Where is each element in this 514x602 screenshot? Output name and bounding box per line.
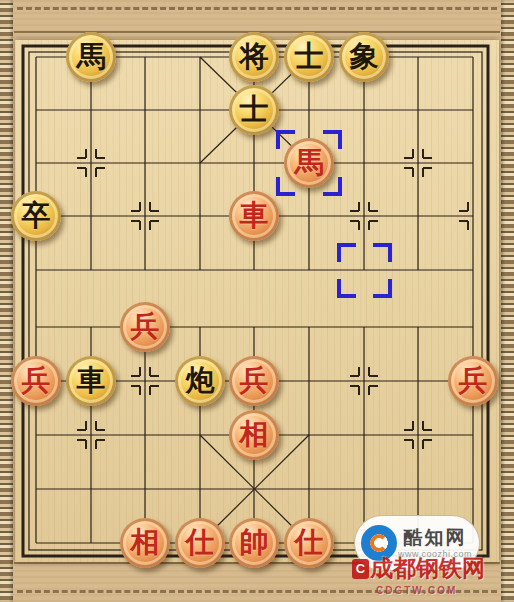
piece-glyph: 兵 [240, 366, 269, 395]
piece-black-chariot[interactable]: 車 [66, 356, 116, 406]
piece-red-chariot[interactable]: 車 [229, 191, 279, 241]
piece-glyph: 仕 [295, 528, 324, 557]
piece-black-cannon[interactable]: 炮 [175, 356, 225, 406]
piece-black-elephant[interactable]: 象 [339, 32, 389, 82]
piece-black-soldier[interactable]: 卒 [11, 191, 61, 241]
piece-glyph: 馬 [77, 42, 106, 71]
piece-glyph: 卒 [22, 201, 51, 230]
piece-black-advisor-1[interactable]: 士 [284, 32, 334, 82]
piece-glyph: 相 [131, 528, 160, 557]
piece-glyph: 車 [240, 201, 269, 230]
piece-red-elephant-2[interactable]: 相 [120, 518, 170, 568]
piece-glyph: 兵 [459, 366, 488, 395]
piece-red-general[interactable]: 帥 [229, 518, 279, 568]
piece-red-advisor-1[interactable]: 仕 [175, 518, 225, 568]
piece-glyph: 士 [240, 95, 269, 124]
steel-logo-icon: C [352, 559, 369, 579]
piece-red-soldier-4[interactable]: 兵 [448, 356, 498, 406]
piece-glyph: 馬 [295, 148, 324, 177]
steel-watermark-url: CDGTW.COM [376, 585, 492, 596]
piece-black-general[interactable]: 将 [229, 32, 279, 82]
piece-glyph: 仕 [186, 528, 215, 557]
coozhi-watermark-title: 酷知网 [397, 527, 473, 550]
piece-red-soldier-2[interactable]: 兵 [11, 356, 61, 406]
piece-red-elephant-1[interactable]: 相 [229, 410, 279, 460]
xiangqi-app-window: 馬将士象士卒車炮馬車兵兵兵兵相相仕帥仕 酷知网 www.coozhi.com C… [0, 0, 514, 602]
piece-red-horse[interactable]: 馬 [284, 138, 334, 188]
steel-watermark-title: 成都钢铁网 [370, 553, 485, 584]
piece-glyph: 象 [350, 42, 379, 71]
piece-black-horse[interactable]: 馬 [66, 32, 116, 82]
piece-glyph: 炮 [186, 366, 215, 395]
piece-red-soldier-3[interactable]: 兵 [229, 356, 279, 406]
piece-glyph: 帥 [240, 528, 269, 557]
piece-glyph: 相 [240, 420, 269, 449]
piece-red-advisor-2[interactable]: 仕 [284, 518, 334, 568]
piece-black-advisor-2[interactable]: 士 [229, 85, 279, 135]
piece-glyph: 車 [77, 366, 106, 395]
steel-site-watermark: C 成都钢铁网 CDGTW.COM [352, 553, 492, 596]
piece-glyph: 兵 [22, 366, 51, 395]
piece-glyph: 士 [295, 42, 324, 71]
piece-glyph: 将 [240, 42, 269, 71]
piece-red-soldier-1[interactable]: 兵 [120, 302, 170, 352]
piece-glyph: 兵 [131, 312, 160, 341]
